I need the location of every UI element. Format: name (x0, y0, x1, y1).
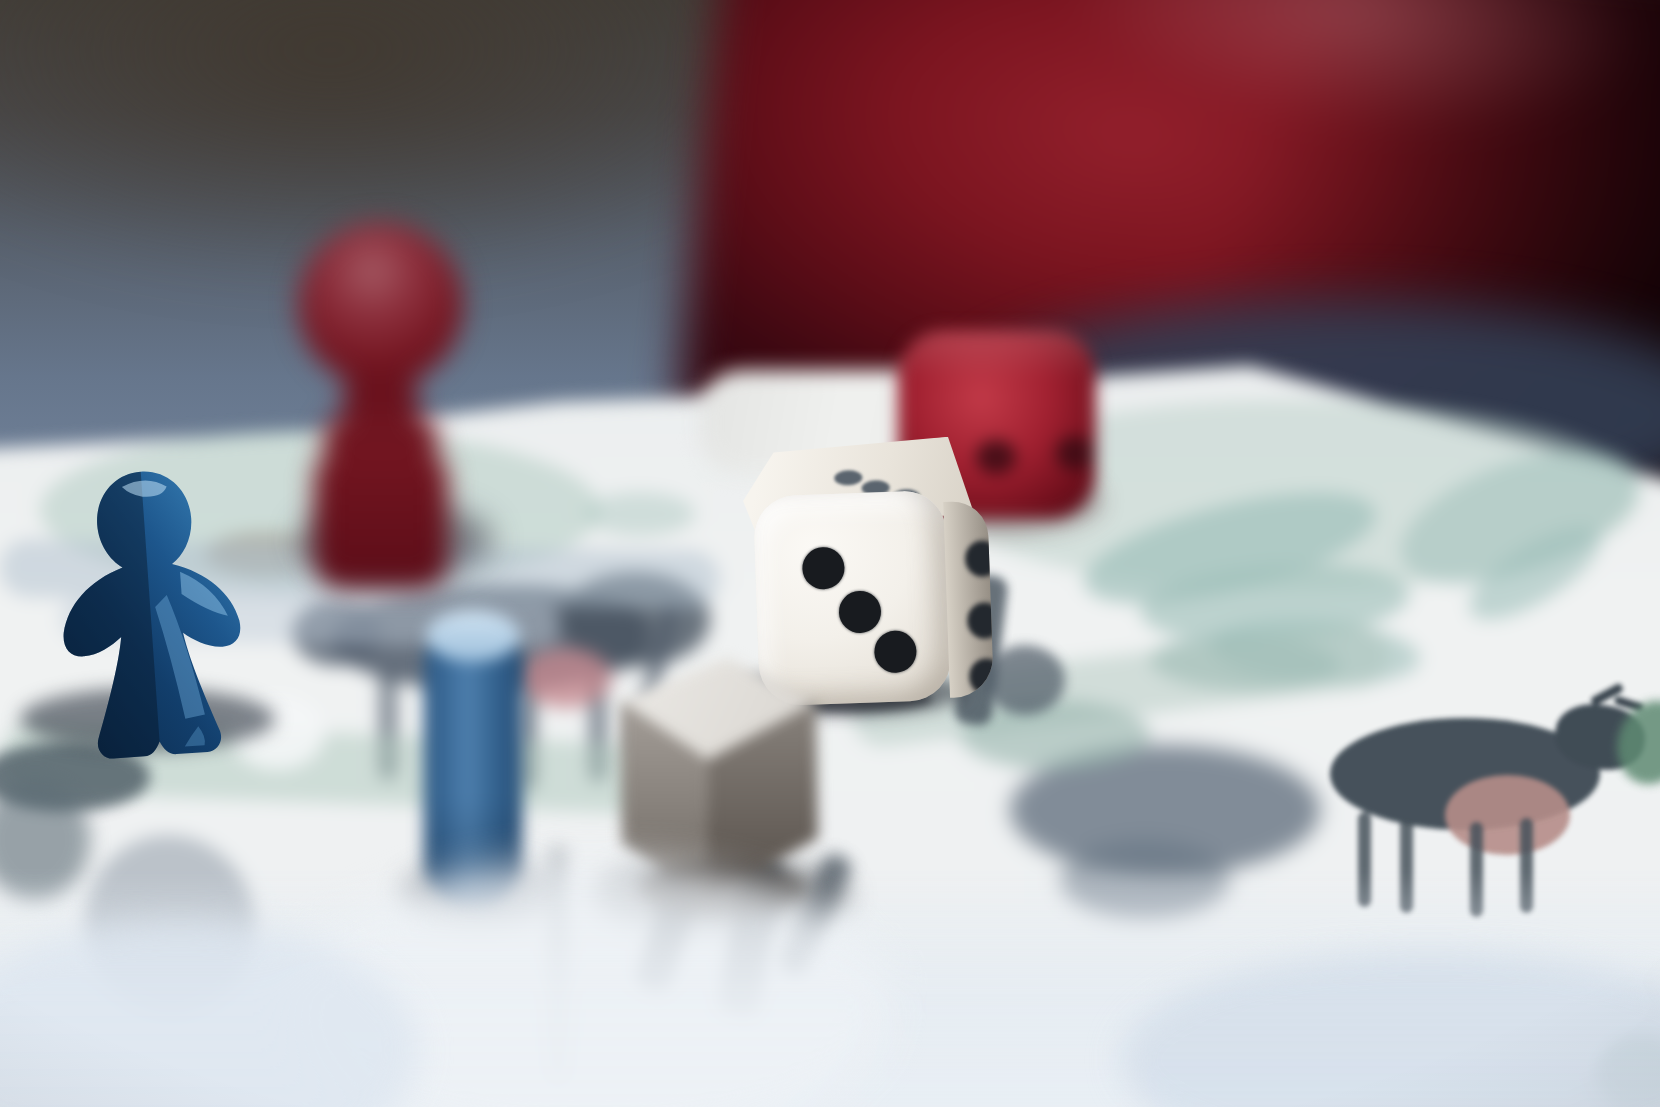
photo-scene (0, 0, 1660, 1107)
vignette (0, 0, 1660, 1107)
